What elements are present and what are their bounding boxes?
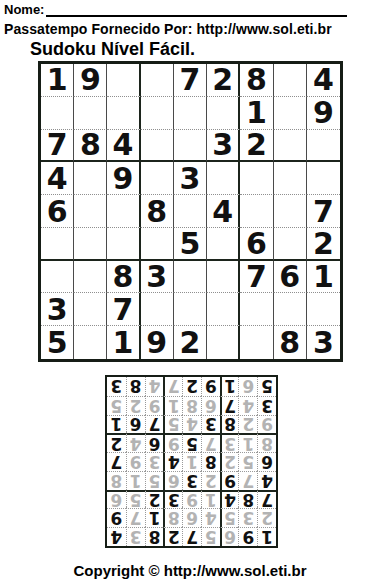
solution-cell-r4c4: 2 [201,471,220,490]
solution-cell-r6c8: 4 [126,433,145,452]
cell-r3c1[interactable]: 7 [41,130,74,163]
cell-r5c9[interactable]: 7 [307,195,340,228]
cell-r9c4[interactable]: 9 [141,326,174,359]
cell-r8c2[interactable] [74,293,107,326]
cell-r2c4[interactable] [141,97,174,130]
cell-r8c4[interactable] [141,293,174,326]
cell-r9c9[interactable]: 3 [307,326,340,359]
solution-cell-r1c8: 3 [126,527,145,546]
cell-r3c2[interactable]: 8 [74,130,107,163]
cell-r6c7[interactable]: 6 [240,228,273,261]
cell-r6c2[interactable] [74,228,107,261]
cell-r1c2[interactable]: 9 [74,64,107,97]
solution-cell-r5c5: 1 [182,452,201,471]
solution-cell-r4c9: 8 [107,471,126,490]
solution-cell-r7c6: 5 [163,415,182,434]
solution-cell-r6c4: 7 [201,433,220,452]
cell-r8c8[interactable] [274,293,307,326]
cell-r2c9[interactable]: 9 [307,97,340,130]
cell-r4c1[interactable]: 4 [41,162,74,195]
cell-r9c6[interactable] [207,326,240,359]
solution-cell-r8c1: 3 [257,396,276,415]
solution-cell-r8c3: 7 [220,396,239,415]
cell-r1c5[interactable]: 7 [174,64,207,97]
cell-r1c3[interactable] [107,64,140,97]
cell-r8c5[interactable] [174,293,207,326]
solution-cell-r7c8: 6 [126,415,145,434]
solution-cell-r8c2: 4 [238,396,257,415]
cell-r9c8[interactable]: 8 [274,326,307,359]
cell-r1c8[interactable] [274,64,307,97]
cell-r7c6[interactable] [207,261,240,294]
cell-r5c1[interactable]: 6 [41,195,74,228]
cell-r4c3[interactable]: 9 [107,162,140,195]
solution-cell-r3c6: 3 [163,490,182,509]
solution-cell-r5c2: 5 [238,452,257,471]
solution-cell-r5c6: 4 [163,452,182,471]
solution-cell-r8c8: 2 [126,396,145,415]
solution-cell-r4c1: 4 [257,471,276,490]
solution-cell-r8c6: 1 [163,396,182,415]
cell-r4c7[interactable] [240,162,273,195]
cell-r4c4[interactable] [141,162,174,195]
cell-r1c9[interactable]: 4 [307,64,340,97]
solution-cell-r9c5: 2 [182,377,201,396]
solution-cell-r9c3: 1 [220,377,239,396]
cell-r4c6[interactable] [207,162,240,195]
cell-r2c8[interactable] [274,97,307,130]
solution-cell-r5c1: 6 [257,452,276,471]
solution-cell-r6c9: 2 [107,433,126,452]
solution-cell-r1c5: 7 [182,527,201,546]
cell-r3c7[interactable]: 2 [240,130,273,163]
copyright-text: Copyright © http://www.sol.eti.br [0,562,380,579]
cell-r2c5[interactable] [174,97,207,130]
solution-cell-r2c6: 8 [163,508,182,527]
solution-cell-r9c4: 9 [201,377,220,396]
cell-r8c9[interactable] [307,293,340,326]
solution-cell-r2c9: 9 [107,508,126,527]
cell-r9c3[interactable]: 1 [107,326,140,359]
cell-r3c3[interactable]: 4 [107,130,140,163]
cell-r6c9[interactable]: 2 [307,228,340,261]
cell-r6c5[interactable]: 5 [174,228,207,261]
solution-cell-r5c4: 8 [201,452,220,471]
sudoku-grid: 197284197843249368475628376137519283 [38,61,343,362]
cell-r3c8[interactable] [274,130,307,163]
solution-cell-r5c3: 2 [220,452,239,471]
worksheet-page: Nome: Passatempo Fornecido Por: http://w… [0,0,380,585]
solution-cell-r9c1: 5 [257,377,276,396]
cell-r7c8[interactable]: 6 [274,261,307,294]
solution-cell-r5c7: 3 [145,452,164,471]
cell-r6c6[interactable] [207,228,240,261]
cell-r3c6[interactable]: 3 [207,130,240,163]
cell-r4c9[interactable] [307,162,340,195]
cell-r3c9[interactable] [307,130,340,163]
cell-r5c7[interactable] [240,195,273,228]
solution-cell-r1c6: 2 [163,527,182,546]
solution-cell-r4c5: 3 [182,471,201,490]
cell-r1c4[interactable] [141,64,174,97]
solution-cell-r9c6: 7 [163,377,182,396]
solution-cell-r7c1: 9 [257,415,276,434]
cell-r7c7[interactable]: 7 [240,261,273,294]
name-label: Nome: [4,2,44,17]
solution-cell-r8c4: 6 [201,396,220,415]
cell-r9c5[interactable]: 2 [174,326,207,359]
solution-cell-r1c3: 6 [220,527,239,546]
solution-cell-r1c9: 4 [107,527,126,546]
solution-cell-r1c1: 1 [257,527,276,546]
cell-r7c9[interactable]: 1 [307,261,340,294]
solution-cell-r5c8: 9 [126,452,145,471]
solution-cell-r6c2: 1 [238,433,257,452]
cell-r4c2[interactable] [74,162,107,195]
solution-cell-r9c8: 8 [126,377,145,396]
cell-r2c7[interactable]: 1 [240,97,273,130]
solution-cell-r3c4: 1 [201,490,220,509]
solution-cell-r2c3: 5 [220,508,239,527]
solution-cell-r4c8: 1 [126,471,145,490]
solution-cell-r4c7: 5 [145,471,164,490]
cell-r4c8[interactable] [274,162,307,195]
solution-cell-r6c3: 3 [220,433,239,452]
solution-cell-r4c3: 9 [220,471,239,490]
solution-cell-r4c6: 6 [163,471,182,490]
cell-r9c2[interactable] [74,326,107,359]
cell-r8c6[interactable] [207,293,240,326]
cell-r8c3[interactable]: 7 [107,293,140,326]
cell-r7c2[interactable] [74,261,107,294]
cell-r8c1[interactable]: 3 [41,293,74,326]
cell-r1c7[interactable]: 8 [240,64,273,97]
cell-r1c1[interactable]: 1 [41,64,74,97]
solution-cell-r3c3: 4 [220,490,239,509]
solution-cell-r8c9: 5 [107,396,126,415]
cell-r6c4[interactable] [141,228,174,261]
cell-r2c2[interactable] [74,97,107,130]
cell-r8c7[interactable] [240,293,273,326]
solution-cell-r7c2: 2 [238,415,257,434]
cell-r5c8[interactable] [274,195,307,228]
solution-cell-r6c6: 9 [163,433,182,452]
solution-cell-r7c5: 4 [182,415,201,434]
cell-r7c4[interactable]: 3 [141,261,174,294]
solution-cell-r8c5: 8 [182,396,201,415]
cell-r6c1[interactable] [41,228,74,261]
cell-r2c6[interactable] [207,97,240,130]
cell-r5c5[interactable] [174,195,207,228]
solution-cell-r2c4: 4 [201,508,220,527]
name-row: Nome: [4,2,347,17]
solution-cell-r9c9: 3 [107,377,126,396]
solution-cell-r7c4: 3 [201,415,220,434]
solution-cell-r6c7: 6 [145,433,164,452]
cell-r3c5[interactable] [174,130,207,163]
cell-r2c3[interactable] [107,97,140,130]
solution-cell-r1c4: 5 [201,527,220,546]
solution-cell-r7c3: 8 [220,415,239,434]
cell-r9c7[interactable] [240,326,273,359]
cell-r5c2[interactable] [74,195,107,228]
solution-cell-r3c5: 9 [182,490,201,509]
solution-cell-r7c9: 1 [107,415,126,434]
cell-r2c1[interactable] [41,97,74,130]
solution-cell-r1c7: 8 [145,527,164,546]
solution-cell-r9c7: 4 [145,377,164,396]
solution-cell-r2c2: 3 [238,508,257,527]
cell-r6c8[interactable] [274,228,307,261]
solution-cell-r2c8: 7 [126,508,145,527]
cell-r7c1[interactable] [41,261,74,294]
solution-cell-r6c5: 5 [182,433,201,452]
solution-cell-r1c2: 9 [238,527,257,546]
solution-cell-r9c2: 6 [238,377,257,396]
cell-r5c3[interactable] [107,195,140,228]
solution-cell-r2c1: 2 [257,508,276,527]
cell-r7c5[interactable] [174,261,207,294]
cell-r9c1[interactable]: 5 [41,326,74,359]
solution-cell-r5c9: 7 [107,452,126,471]
cell-r5c4[interactable]: 8 [141,195,174,228]
solution-cell-r3c2: 8 [238,490,257,509]
solution-grid: 1965728342354681797841932564792365186528… [105,375,278,548]
cell-r7c3[interactable]: 8 [107,261,140,294]
solution-cell-r7c7: 7 [145,415,164,434]
cell-r6c3[interactable] [107,228,140,261]
cell-r4c5[interactable]: 3 [174,162,207,195]
page-title: Sudoku Nível Fácil. [30,39,195,60]
name-underline[interactable] [46,2,347,17]
solution-cell-r3c9: 6 [107,490,126,509]
solution-cell-r6c1: 8 [257,433,276,452]
cell-r5c6[interactable]: 4 [207,195,240,228]
solution-cell-r2c5: 6 [182,508,201,527]
solution-cell-r3c8: 5 [126,490,145,509]
cell-r3c4[interactable] [141,130,174,163]
provider-line: Passatempo Fornecido Por: http://www.sol… [4,21,332,37]
solution-cell-r8c7: 9 [145,396,164,415]
solution-cell-r4c2: 7 [238,471,257,490]
solution-cell-r3c7: 2 [145,490,164,509]
cell-r1c6[interactable]: 2 [207,64,240,97]
solution-cell-r3c1: 7 [257,490,276,509]
solution-cell-r2c7: 1 [145,508,164,527]
